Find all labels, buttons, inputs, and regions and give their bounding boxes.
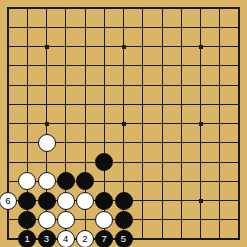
intersection[interactable] xyxy=(95,114,114,133)
intersection[interactable] xyxy=(172,75,191,94)
intersection[interactable] xyxy=(114,56,133,75)
intersection[interactable] xyxy=(0,56,18,75)
intersection[interactable] xyxy=(210,75,229,94)
intersection[interactable] xyxy=(75,75,94,94)
black-stone xyxy=(76,172,94,190)
intersection[interactable] xyxy=(191,0,210,18)
intersection[interactable] xyxy=(56,152,75,171)
move-number-label: 4 xyxy=(63,234,68,244)
white-stone xyxy=(76,192,94,210)
intersection[interactable] xyxy=(95,95,114,114)
intersection[interactable] xyxy=(56,114,75,133)
white-stone xyxy=(38,211,56,229)
intersection[interactable] xyxy=(18,75,37,94)
intersection[interactable] xyxy=(133,229,152,247)
intersection[interactable] xyxy=(152,152,171,171)
intersection[interactable] xyxy=(172,172,191,191)
intersection[interactable] xyxy=(229,18,247,37)
intersection[interactable] xyxy=(75,18,94,37)
intersection[interactable] xyxy=(210,133,229,152)
intersection[interactable] xyxy=(95,37,114,56)
intersection[interactable] xyxy=(75,56,94,75)
intersection[interactable] xyxy=(95,133,114,152)
intersection[interactable] xyxy=(18,37,37,56)
intersection[interactable] xyxy=(18,114,37,133)
intersection[interactable] xyxy=(152,95,171,114)
intersection[interactable] xyxy=(210,0,229,18)
intersection[interactable] xyxy=(191,172,210,191)
intersection[interactable] xyxy=(133,191,152,210)
black-stone: 7 xyxy=(95,230,113,247)
intersection[interactable] xyxy=(210,210,229,229)
black-stone xyxy=(38,192,56,210)
intersection[interactable] xyxy=(133,37,152,56)
intersection[interactable] xyxy=(133,114,152,133)
intersection[interactable] xyxy=(0,37,18,56)
intersection[interactable] xyxy=(56,18,75,37)
intersection[interactable] xyxy=(18,152,37,171)
intersection[interactable] xyxy=(191,152,210,171)
intersection[interactable] xyxy=(75,0,94,18)
white-stone: 2 xyxy=(76,230,94,247)
intersection[interactable] xyxy=(0,95,18,114)
intersection[interactable] xyxy=(229,0,247,18)
black-stone xyxy=(95,192,113,210)
intersection[interactable] xyxy=(191,191,210,210)
intersection[interactable] xyxy=(210,37,229,56)
intersection[interactable] xyxy=(191,18,210,37)
white-stone xyxy=(57,192,75,210)
intersection[interactable] xyxy=(133,56,152,75)
intersection[interactable] xyxy=(114,172,133,191)
intersection[interactable] xyxy=(0,229,18,247)
intersection[interactable] xyxy=(0,0,18,18)
intersection[interactable] xyxy=(229,56,247,75)
intersection[interactable] xyxy=(37,152,56,171)
intersection[interactable]: 6 xyxy=(0,191,18,210)
intersection[interactable] xyxy=(95,75,114,94)
intersection[interactable] xyxy=(133,133,152,152)
intersection[interactable] xyxy=(95,152,114,171)
intersection[interactable] xyxy=(152,191,171,210)
intersection[interactable] xyxy=(191,75,210,94)
intersection[interactable] xyxy=(152,0,171,18)
intersection[interactable] xyxy=(114,0,133,18)
intersection[interactable] xyxy=(152,229,171,247)
intersection[interactable] xyxy=(95,172,114,191)
intersection[interactable] xyxy=(152,37,171,56)
intersection[interactable] xyxy=(0,114,18,133)
intersection[interactable] xyxy=(172,152,191,171)
intersection[interactable] xyxy=(56,133,75,152)
intersection[interactable] xyxy=(133,210,152,229)
black-stone xyxy=(18,192,36,210)
intersection[interactable] xyxy=(191,56,210,75)
intersection[interactable] xyxy=(75,191,94,210)
black-stone xyxy=(57,172,75,190)
intersection[interactable] xyxy=(191,229,210,247)
intersection[interactable] xyxy=(114,191,133,210)
white-stone xyxy=(38,172,56,190)
move-number-label: 7 xyxy=(102,234,107,244)
intersection[interactable] xyxy=(75,210,94,229)
white-stone xyxy=(18,172,36,190)
intersection[interactable] xyxy=(114,18,133,37)
intersection[interactable] xyxy=(95,191,114,210)
intersection[interactable] xyxy=(191,133,210,152)
intersection[interactable] xyxy=(18,133,37,152)
intersection[interactable] xyxy=(229,75,247,94)
black-stone: 5 xyxy=(115,230,133,247)
intersection[interactable] xyxy=(114,133,133,152)
intersection[interactable] xyxy=(18,191,37,210)
intersection[interactable] xyxy=(191,95,210,114)
intersection[interactable] xyxy=(172,95,191,114)
intersection[interactable] xyxy=(0,18,18,37)
intersection[interactable] xyxy=(37,114,56,133)
intersection[interactable] xyxy=(172,37,191,56)
intersection[interactable] xyxy=(37,75,56,94)
intersection[interactable] xyxy=(56,75,75,94)
intersection[interactable] xyxy=(152,172,171,191)
intersection[interactable] xyxy=(152,114,171,133)
intersection[interactable] xyxy=(229,210,247,229)
intersection[interactable] xyxy=(75,172,94,191)
intersection[interactable] xyxy=(172,133,191,152)
intersection[interactable] xyxy=(37,191,56,210)
intersection[interactable] xyxy=(114,95,133,114)
intersection[interactable] xyxy=(229,114,247,133)
intersection[interactable] xyxy=(114,210,133,229)
intersection[interactable] xyxy=(56,191,75,210)
intersection[interactable] xyxy=(18,18,37,37)
intersection[interactable] xyxy=(152,210,171,229)
intersection[interactable] xyxy=(18,210,37,229)
intersection[interactable] xyxy=(56,95,75,114)
black-stone: 1 xyxy=(18,230,36,247)
intersection[interactable] xyxy=(133,18,152,37)
intersection[interactable] xyxy=(37,37,56,56)
go-board-diagram: 6134275 xyxy=(0,0,247,247)
white-stone xyxy=(57,211,75,229)
intersection[interactable] xyxy=(18,172,37,191)
intersection[interactable] xyxy=(229,191,247,210)
intersection[interactable] xyxy=(18,0,37,18)
intersection[interactable] xyxy=(0,172,18,191)
move-number-label: 3 xyxy=(44,234,49,244)
intersection[interactable]: 7 xyxy=(95,229,114,247)
intersection[interactable] xyxy=(133,95,152,114)
intersection[interactable] xyxy=(0,152,18,171)
white-stone: 4 xyxy=(57,230,75,247)
intersection[interactable] xyxy=(75,37,94,56)
intersection[interactable] xyxy=(191,37,210,56)
white-stone xyxy=(95,211,113,229)
intersection[interactable] xyxy=(133,172,152,191)
intersection[interactable]: 2 xyxy=(75,229,94,247)
stones-grid: 6134275 xyxy=(0,0,247,247)
intersection[interactable] xyxy=(191,210,210,229)
intersection[interactable] xyxy=(133,152,152,171)
intersection[interactable] xyxy=(37,18,56,37)
intersection[interactable] xyxy=(133,75,152,94)
intersection[interactable] xyxy=(172,18,191,37)
intersection[interactable] xyxy=(172,114,191,133)
move-number-label: 2 xyxy=(82,234,87,244)
intersection[interactable] xyxy=(152,56,171,75)
intersection[interactable] xyxy=(133,0,152,18)
intersection[interactable] xyxy=(210,152,229,171)
intersection[interactable] xyxy=(114,152,133,171)
intersection[interactable] xyxy=(172,229,191,247)
intersection[interactable] xyxy=(229,229,247,247)
intersection[interactable] xyxy=(210,56,229,75)
intersection[interactable] xyxy=(95,56,114,75)
intersection[interactable] xyxy=(18,56,37,75)
intersection[interactable]: 5 xyxy=(114,229,133,247)
intersection[interactable] xyxy=(95,210,114,229)
intersection[interactable] xyxy=(152,75,171,94)
intersection[interactable] xyxy=(229,152,247,171)
intersection[interactable] xyxy=(56,56,75,75)
go-board[interactable]: 6134275 xyxy=(0,0,247,247)
intersection[interactable] xyxy=(56,0,75,18)
intersection[interactable] xyxy=(210,229,229,247)
black-stone xyxy=(115,192,133,210)
black-stone: 3 xyxy=(38,230,56,247)
white-stone: 6 xyxy=(0,192,17,210)
intersection[interactable] xyxy=(210,172,229,191)
intersection[interactable]: 3 xyxy=(37,229,56,247)
intersection[interactable] xyxy=(172,210,191,229)
intersection[interactable] xyxy=(37,133,56,152)
intersection[interactable] xyxy=(18,95,37,114)
intersection[interactable] xyxy=(229,95,247,114)
move-number-label: 6 xyxy=(5,196,10,206)
intersection[interactable] xyxy=(75,133,94,152)
intersection[interactable]: 4 xyxy=(56,229,75,247)
intersection[interactable] xyxy=(210,114,229,133)
intersection[interactable] xyxy=(56,210,75,229)
intersection[interactable] xyxy=(56,37,75,56)
white-stone xyxy=(38,134,56,152)
intersection[interactable] xyxy=(95,18,114,37)
intersection[interactable] xyxy=(56,172,75,191)
black-stone xyxy=(18,211,36,229)
intersection[interactable] xyxy=(114,114,133,133)
intersection[interactable] xyxy=(37,0,56,18)
intersection[interactable] xyxy=(37,172,56,191)
intersection[interactable] xyxy=(172,191,191,210)
intersection[interactable] xyxy=(114,75,133,94)
intersection[interactable]: 1 xyxy=(18,229,37,247)
intersection[interactable] xyxy=(37,95,56,114)
intersection[interactable] xyxy=(37,56,56,75)
intersection[interactable] xyxy=(191,114,210,133)
intersection[interactable] xyxy=(0,75,18,94)
intersection[interactable] xyxy=(229,37,247,56)
intersection[interactable] xyxy=(75,152,94,171)
intersection[interactable] xyxy=(114,37,133,56)
black-stone xyxy=(95,153,113,171)
intersection[interactable] xyxy=(0,210,18,229)
black-stone xyxy=(115,211,133,229)
intersection[interactable] xyxy=(172,0,191,18)
intersection[interactable] xyxy=(172,56,191,75)
intersection[interactable] xyxy=(229,133,247,152)
intersection[interactable] xyxy=(152,18,171,37)
move-number-label: 5 xyxy=(121,234,126,244)
intersection[interactable] xyxy=(229,172,247,191)
intersection[interactable] xyxy=(0,133,18,152)
intersection[interactable] xyxy=(152,133,171,152)
intersection[interactable] xyxy=(95,0,114,18)
intersection[interactable] xyxy=(210,95,229,114)
intersection[interactable] xyxy=(210,191,229,210)
intersection[interactable] xyxy=(210,18,229,37)
move-number-label: 1 xyxy=(25,234,30,244)
intersection[interactable] xyxy=(37,210,56,229)
intersection[interactable] xyxy=(75,114,94,133)
intersection[interactable] xyxy=(75,95,94,114)
